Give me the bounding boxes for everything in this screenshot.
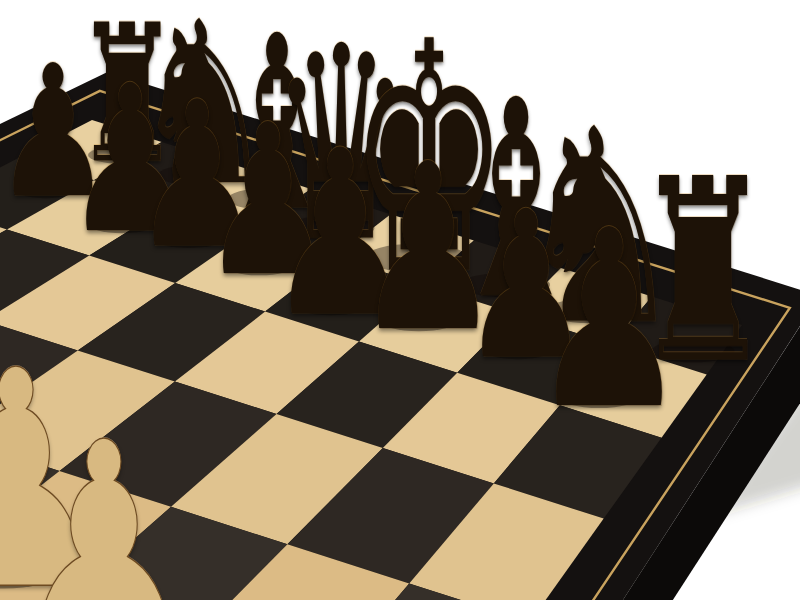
- chess-set-photo: ♜♞♝♛♚♝♞♜♟♟♟♟♟♟♟♟♟♟: [0, 0, 800, 600]
- piece-black-pawn-h7[interactable]: ♟: [530, 198, 688, 443]
- piece-white-pawn-f4[interactable]: ♟: [8, 404, 200, 600]
